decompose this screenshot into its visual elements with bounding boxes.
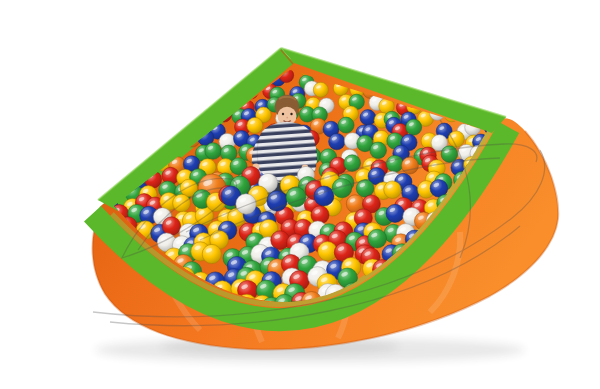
product-photo: [0, 0, 600, 389]
child-eye-left: [282, 113, 284, 115]
child-eye-right: [290, 113, 292, 115]
child-nose: [286, 117, 288, 119]
ball-pool-scene: [0, 0, 600, 389]
